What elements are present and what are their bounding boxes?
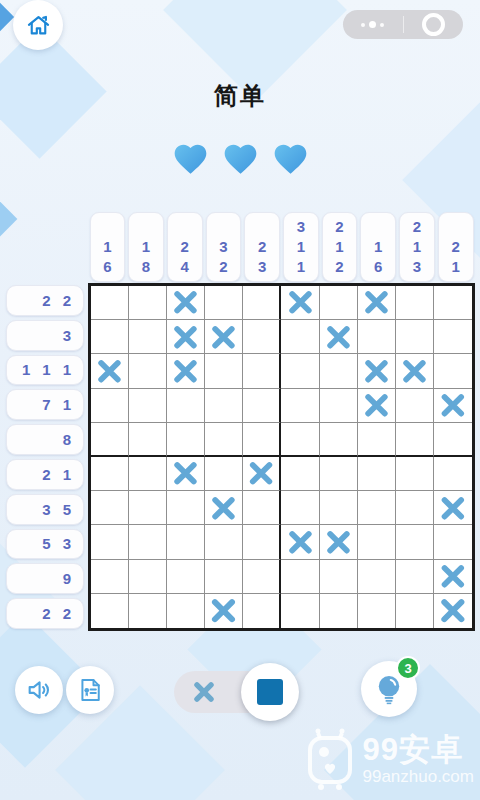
col-clue-5: 23 bbox=[244, 212, 280, 282]
cell-r6-c1[interactable] bbox=[91, 457, 129, 491]
cell-r6-c10[interactable] bbox=[434, 457, 472, 491]
nonogram-board bbox=[88, 283, 475, 631]
row-clue-9: 9 bbox=[6, 563, 84, 594]
watermark-title: 99安卓 bbox=[362, 734, 462, 765]
cell-r9-c3[interactable] bbox=[167, 560, 205, 594]
x-mark-icon bbox=[438, 597, 468, 624]
cell-r3-c5[interactable] bbox=[243, 354, 281, 388]
clue-number: 2 bbox=[42, 605, 50, 622]
cell-r3-c3[interactable] bbox=[167, 354, 205, 388]
clue-number: 1 bbox=[103, 237, 111, 257]
page-title: 简单 bbox=[0, 80, 480, 112]
cell-r9-c4[interactable] bbox=[205, 560, 243, 594]
cell-r7-c10[interactable] bbox=[434, 491, 472, 525]
row-clue-3: 111 bbox=[6, 355, 84, 386]
robot-mascot-icon bbox=[304, 726, 356, 792]
clue-number: 3 bbox=[63, 327, 71, 344]
col-clue-9: 213 bbox=[399, 212, 435, 282]
cell-r3-c6[interactable] bbox=[281, 354, 319, 388]
cell-r10-c4[interactable] bbox=[205, 594, 243, 628]
watermark: 99安卓 99anzhuo.com bbox=[304, 726, 474, 792]
cell-r2-c7[interactable] bbox=[320, 320, 358, 354]
cell-r3-c4[interactable] bbox=[205, 354, 243, 388]
cell-r9-c1[interactable] bbox=[91, 560, 129, 594]
cell-r3-c8[interactable] bbox=[358, 354, 396, 388]
cell-r10-c9[interactable] bbox=[396, 594, 434, 628]
clue-number: 9 bbox=[63, 570, 71, 587]
more-icon bbox=[369, 21, 376, 28]
clue-number: 1 bbox=[22, 361, 30, 378]
cell-r8-c8[interactable] bbox=[358, 525, 396, 559]
cell-r2-c2[interactable] bbox=[129, 320, 167, 354]
cell-r8-c7[interactable] bbox=[320, 525, 358, 559]
cell-r9-c5[interactable] bbox=[243, 560, 281, 594]
x-mark-icon bbox=[209, 495, 238, 522]
cell-r3-c1[interactable] bbox=[91, 354, 129, 388]
clue-number: 4 bbox=[181, 257, 189, 277]
cell-r6-c5[interactable] bbox=[243, 457, 281, 491]
cell-r3-c7[interactable] bbox=[320, 354, 358, 388]
more-button[interactable] bbox=[343, 21, 403, 28]
clue-number: 1 bbox=[335, 237, 343, 257]
clue-number: 6 bbox=[374, 257, 382, 277]
clue-number: 3 bbox=[42, 501, 50, 518]
x-mark-icon bbox=[324, 529, 353, 556]
close-button[interactable] bbox=[404, 13, 464, 36]
cell-r9-c9[interactable] bbox=[396, 560, 434, 594]
lives bbox=[0, 140, 480, 178]
cell-r8-c5[interactable] bbox=[243, 525, 281, 559]
cell-r4-c8[interactable] bbox=[358, 389, 396, 423]
cell-r8-c2[interactable] bbox=[129, 525, 167, 559]
cell-r9-c2[interactable] bbox=[129, 560, 167, 594]
x-mark-icon bbox=[171, 324, 200, 351]
x-mark-icon bbox=[362, 289, 391, 316]
col-clue-2: 18 bbox=[128, 212, 164, 282]
row-clues: 223111718213553922 bbox=[6, 283, 84, 631]
cell-r5-c1[interactable] bbox=[91, 423, 129, 457]
cell-r9-c6[interactable] bbox=[281, 560, 319, 594]
cell-r8-c10[interactable] bbox=[434, 525, 472, 559]
clue-number: 8 bbox=[63, 431, 71, 448]
cell-r1-c1[interactable] bbox=[91, 286, 129, 320]
clue-number: 1 bbox=[297, 237, 305, 257]
home-button[interactable] bbox=[13, 0, 63, 50]
cell-r10-c8[interactable] bbox=[358, 594, 396, 628]
cell-r4-c7[interactable] bbox=[320, 389, 358, 423]
fill-mode-knob[interactable] bbox=[241, 663, 299, 721]
x-mark-icon bbox=[438, 392, 468, 419]
clue-number: 2 bbox=[335, 217, 343, 237]
clue-number: 8 bbox=[142, 257, 150, 277]
sound-button[interactable] bbox=[15, 666, 63, 714]
cell-r10-c10[interactable] bbox=[434, 594, 472, 628]
cell-r5-c3[interactable] bbox=[167, 423, 205, 457]
clue-number: 3 bbox=[258, 257, 266, 277]
cell-r6-c8[interactable] bbox=[358, 457, 396, 491]
clue-number: 7 bbox=[42, 396, 50, 413]
cell-r2-c1[interactable] bbox=[91, 320, 129, 354]
clue-number: 2 bbox=[413, 217, 421, 237]
cell-r5-c9[interactable] bbox=[396, 423, 434, 457]
clue-number: 1 bbox=[63, 396, 71, 413]
cell-r4-c3[interactable] bbox=[167, 389, 205, 423]
clue-number: 1 bbox=[42, 361, 50, 378]
cell-r1-c6[interactable] bbox=[281, 286, 319, 320]
cell-r4-c9[interactable] bbox=[396, 389, 434, 423]
clue-number: 2 bbox=[258, 237, 266, 257]
cell-r2-c4[interactable] bbox=[205, 320, 243, 354]
cell-r9-c10[interactable] bbox=[434, 560, 472, 594]
x-mark-icon bbox=[209, 597, 238, 624]
cell-r9-c7[interactable] bbox=[320, 560, 358, 594]
clue-number: 5 bbox=[42, 535, 50, 552]
cell-r5-c10[interactable] bbox=[434, 423, 472, 457]
cell-r5-c8[interactable] bbox=[358, 423, 396, 457]
more-icon bbox=[361, 23, 365, 27]
cell-r2-c6[interactable] bbox=[281, 320, 319, 354]
row-clue-8: 53 bbox=[6, 529, 84, 560]
clue-number: 3 bbox=[297, 217, 305, 237]
cell-r5-c5[interactable] bbox=[243, 423, 281, 457]
speaker-icon bbox=[25, 676, 53, 704]
cell-r1-c3[interactable] bbox=[167, 286, 205, 320]
cell-r3-c10[interactable] bbox=[434, 354, 472, 388]
cell-r1-c5[interactable] bbox=[243, 286, 281, 320]
cell-r10-c2[interactable] bbox=[129, 594, 167, 628]
cell-r5-c7[interactable] bbox=[320, 423, 358, 457]
clue-number: 3 bbox=[219, 237, 227, 257]
cell-r4-c10[interactable] bbox=[434, 389, 472, 423]
cell-r7-c1[interactable] bbox=[91, 491, 129, 525]
cell-r4-c1[interactable] bbox=[91, 389, 129, 423]
cell-r3-c2[interactable] bbox=[129, 354, 167, 388]
x-mark-icon bbox=[171, 460, 200, 487]
clue-number: 1 bbox=[63, 361, 71, 378]
cell-r2-c3[interactable] bbox=[167, 320, 205, 354]
cell-r1-c9[interactable] bbox=[396, 286, 434, 320]
col-clue-1: 16 bbox=[90, 212, 126, 282]
heart-icon bbox=[270, 140, 311, 178]
cell-r7-c2[interactable] bbox=[129, 491, 167, 525]
clue-number: 1 bbox=[63, 466, 71, 483]
clue-number: 2 bbox=[181, 237, 189, 257]
cell-r7-c4[interactable] bbox=[205, 491, 243, 525]
cell-r1-c7[interactable] bbox=[320, 286, 358, 320]
heart-icon bbox=[170, 140, 211, 178]
x-mark-icon bbox=[286, 529, 315, 556]
clue-number: 2 bbox=[42, 466, 50, 483]
x-mark-icon bbox=[95, 358, 124, 385]
achievements-button[interactable] bbox=[66, 666, 114, 714]
col-clue-6: 311 bbox=[283, 212, 319, 282]
clue-number: 2 bbox=[219, 257, 227, 277]
cell-r6-c3[interactable] bbox=[167, 457, 205, 491]
x-mark-icon bbox=[362, 392, 391, 419]
watermark-url: 99anzhuo.com bbox=[362, 768, 474, 785]
row-clue-10: 22 bbox=[6, 598, 84, 629]
cell-r10-c5[interactable] bbox=[243, 594, 281, 628]
certificate-icon bbox=[76, 676, 104, 704]
cell-r1-c8[interactable] bbox=[358, 286, 396, 320]
col-clue-3: 24 bbox=[167, 212, 203, 282]
cell-r1-c4[interactable] bbox=[205, 286, 243, 320]
x-mark-icon bbox=[209, 324, 238, 351]
cell-r10-c3[interactable] bbox=[167, 594, 205, 628]
cell-r4-c5[interactable] bbox=[243, 389, 281, 423]
cell-r6-c4[interactable] bbox=[205, 457, 243, 491]
bg-diamond bbox=[0, 201, 17, 238]
col-clue-10: 21 bbox=[438, 212, 474, 282]
cell-r9-c8[interactable] bbox=[358, 560, 396, 594]
cell-r10-c7[interactable] bbox=[320, 594, 358, 628]
cell-r4-c6[interactable] bbox=[281, 389, 319, 423]
column-clues: 16182432233112121621321 bbox=[88, 212, 475, 282]
bg-diamond bbox=[0, 3, 14, 31]
cell-r2-c8[interactable] bbox=[358, 320, 396, 354]
col-clue-4: 32 bbox=[206, 212, 242, 282]
cell-r2-c5[interactable] bbox=[243, 320, 281, 354]
mode-toggle[interactable] bbox=[174, 671, 296, 713]
clue-number: 6 bbox=[103, 257, 111, 277]
clue-number: 1 bbox=[297, 257, 305, 277]
x-mark-icon bbox=[286, 289, 315, 316]
clue-number: 1 bbox=[142, 237, 150, 257]
clue-number: 2 bbox=[63, 605, 71, 622]
cell-r1-c10[interactable] bbox=[434, 286, 472, 320]
row-clue-7: 35 bbox=[6, 494, 84, 525]
clue-number: 1 bbox=[374, 237, 382, 257]
cell-r4-c4[interactable] bbox=[205, 389, 243, 423]
cell-r5-c6[interactable] bbox=[281, 423, 319, 457]
cell-r6-c2[interactable] bbox=[129, 457, 167, 491]
clue-number: 2 bbox=[335, 257, 343, 277]
x-mark-icon bbox=[400, 358, 429, 385]
clue-number: 2 bbox=[42, 292, 50, 309]
clue-number: 2 bbox=[451, 237, 459, 257]
close-icon bbox=[422, 13, 445, 36]
cell-r6-c7[interactable] bbox=[320, 457, 358, 491]
hint-button[interactable]: 3 bbox=[361, 661, 417, 717]
cell-r8-c3[interactable] bbox=[167, 525, 205, 559]
home-icon bbox=[25, 12, 52, 39]
clue-number: 1 bbox=[451, 257, 459, 277]
row-clue-4: 71 bbox=[6, 389, 84, 420]
clue-number: 1 bbox=[413, 237, 421, 257]
cell-r5-c4[interactable] bbox=[205, 423, 243, 457]
x-mark-icon bbox=[438, 495, 468, 522]
cell-r7-c8[interactable] bbox=[358, 491, 396, 525]
row-clue-6: 21 bbox=[6, 459, 84, 490]
cell-r5-c2[interactable] bbox=[129, 423, 167, 457]
more-icon bbox=[380, 23, 384, 27]
x-mark-icon bbox=[324, 324, 353, 351]
cell-r2-c9[interactable] bbox=[396, 320, 434, 354]
x-mark-icon bbox=[438, 563, 468, 590]
cell-r7-c6[interactable] bbox=[281, 491, 319, 525]
x-mark-icon bbox=[171, 358, 200, 385]
cell-r7-c5[interactable] bbox=[243, 491, 281, 525]
clue-number: 3 bbox=[63, 535, 71, 552]
col-clue-8: 16 bbox=[360, 212, 396, 282]
cell-r10-c6[interactable] bbox=[281, 594, 319, 628]
clue-number: 5 bbox=[63, 501, 71, 518]
cell-r3-c9[interactable] bbox=[396, 354, 434, 388]
cell-r2-c10[interactable] bbox=[434, 320, 472, 354]
fill-square-icon bbox=[257, 679, 283, 705]
cell-r7-c7[interactable] bbox=[320, 491, 358, 525]
row-clue-2: 3 bbox=[6, 320, 84, 351]
cell-r10-c1[interactable] bbox=[91, 594, 129, 628]
row-clue-1: 22 bbox=[6, 285, 84, 316]
clue-number: 2 bbox=[63, 292, 71, 309]
hint-count-badge: 3 bbox=[396, 656, 420, 680]
cell-r7-c3[interactable] bbox=[167, 491, 205, 525]
row-clue-5: 8 bbox=[6, 424, 84, 455]
cross-mode-icon[interactable] bbox=[191, 679, 217, 705]
cell-r6-c9[interactable] bbox=[396, 457, 434, 491]
cell-r7-c9[interactable] bbox=[396, 491, 434, 525]
cell-r8-c1[interactable] bbox=[91, 525, 129, 559]
cell-r6-c6[interactable] bbox=[281, 457, 319, 491]
cell-r8-c6[interactable] bbox=[281, 525, 319, 559]
clue-number: 3 bbox=[413, 257, 421, 277]
cell-r8-c9[interactable] bbox=[396, 525, 434, 559]
cell-r4-c2[interactable] bbox=[129, 389, 167, 423]
x-mark-icon bbox=[362, 358, 391, 385]
col-clue-7: 212 bbox=[322, 212, 358, 282]
cell-r8-c4[interactable] bbox=[205, 525, 243, 559]
x-mark-icon bbox=[171, 289, 200, 316]
cell-r1-c2[interactable] bbox=[129, 286, 167, 320]
miniapp-capsule bbox=[343, 10, 463, 39]
heart-icon bbox=[220, 140, 261, 178]
x-mark-icon bbox=[247, 460, 275, 487]
